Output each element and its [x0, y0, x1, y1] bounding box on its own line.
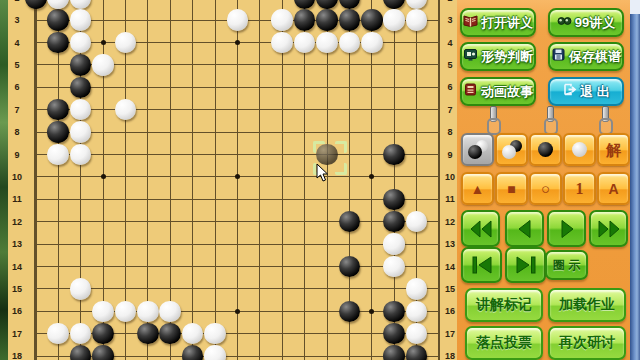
grid-vline — [215, 0, 216, 360]
hook-pin — [490, 106, 497, 122]
row-label-left: 14 — [9, 262, 25, 272]
action-button-1[interactable]: 讲解标记 — [465, 288, 543, 322]
white-stone — [70, 9, 92, 31]
grid-hline — [34, 154, 440, 155]
position-judge-icon — [463, 47, 478, 66]
star-point — [369, 174, 374, 179]
nav-button-rewind[interactable] — [461, 210, 500, 247]
white-stone — [406, 0, 428, 9]
row-label-left: 2 — [9, 0, 25, 3]
black-stone — [361, 9, 383, 31]
grid-hline — [34, 199, 440, 200]
circle-marker-icon: ○ — [541, 182, 550, 196]
nav-button-back[interactable] — [505, 210, 544, 247]
menu-button-label: 动画故事 — [481, 83, 533, 101]
move-number: 9 — [316, 0, 338, 2]
white-stone — [204, 345, 226, 360]
star-point — [101, 174, 106, 179]
square-marker-icon: ■ — [507, 182, 515, 196]
black-stone — [383, 211, 405, 233]
background-nature-strip — [0, 0, 8, 360]
highlight-bracket — [335, 141, 347, 153]
black-stone: 9 — [316, 0, 338, 9]
row-label-left: 15 — [9, 284, 25, 294]
marker-button-square-marker[interactable]: ■ — [495, 172, 528, 205]
grid-vline — [34, 0, 37, 360]
circle-show-button[interactable]: 圈 示 — [545, 250, 588, 280]
row-label-right: 16 — [442, 306, 457, 316]
black-stone-icon — [538, 142, 553, 157]
grid-hline — [34, 109, 440, 110]
menu-button-5[interactable]: 动画故事 — [460, 77, 536, 106]
black-stone — [47, 9, 69, 31]
row-label-left: 11 — [9, 194, 25, 204]
row-label-left: 17 — [9, 329, 25, 339]
black-stone — [316, 9, 338, 31]
black-stone — [70, 345, 92, 360]
white-stone — [204, 323, 226, 345]
black-stone — [339, 211, 361, 233]
white-stone — [294, 32, 316, 54]
mode-button-answer[interactable]: 解 — [597, 133, 630, 166]
jump-button-go-end[interactable] — [505, 247, 546, 283]
row-label-right: 9 — [442, 150, 457, 160]
black-stone — [70, 77, 92, 99]
black-stone — [383, 0, 405, 9]
white-stone — [271, 9, 293, 31]
mode-button-alternate-black-first[interactable] — [461, 133, 494, 166]
grid-vline — [304, 0, 305, 360]
mouse-cursor — [316, 164, 329, 183]
black-stone — [383, 144, 405, 166]
window-border — [630, 0, 640, 360]
app-window: 2233445566778899101011111212131314141515… — [0, 0, 640, 360]
white-stone — [227, 9, 249, 31]
nav-button-forward[interactable] — [547, 210, 586, 247]
grid-vline — [192, 0, 193, 360]
mode-button-place-white[interactable] — [563, 133, 596, 166]
star-point — [235, 40, 240, 45]
action-button-4[interactable]: 再次研讨 — [548, 326, 626, 360]
white-stone — [47, 0, 69, 9]
control-panel: 打开讲义99讲义形势判断保存棋谱动画故事退 出 解 ▲■○1A 圈 示 讲解标记… — [457, 0, 630, 360]
row-label-left: 16 — [9, 306, 25, 316]
row-label-left: 8 — [9, 127, 25, 137]
white-stone — [406, 211, 428, 233]
white-stone — [70, 32, 92, 54]
answer-label: 解 — [606, 143, 621, 157]
move-number: 8 — [339, 0, 361, 2]
white-stone — [383, 233, 405, 255]
black-stone — [92, 345, 114, 360]
white-stone — [70, 323, 92, 345]
white-stone — [47, 323, 69, 345]
row-label-left: 9 — [9, 150, 25, 160]
row-label-left: 6 — [9, 82, 25, 92]
right-arrow-icon — [557, 219, 577, 239]
row-label-right: 4 — [442, 38, 457, 48]
marker-button-triangle-marker[interactable]: ▲ — [461, 172, 494, 205]
black-stone — [383, 301, 405, 323]
white-stone — [70, 144, 92, 166]
row-label-left: 13 — [9, 239, 25, 249]
grid-hline — [34, 132, 440, 133]
star-point — [101, 40, 106, 45]
white-stone — [70, 99, 92, 121]
white-stone — [316, 32, 338, 54]
row-label-left: 4 — [9, 38, 25, 48]
black-stone — [47, 32, 69, 54]
white-stone — [92, 54, 114, 76]
row-label-right: 5 — [442, 60, 457, 70]
black-stone — [383, 189, 405, 211]
white-stone — [406, 323, 428, 345]
white-stone — [70, 0, 92, 9]
skip-to-start-icon — [470, 255, 494, 275]
black-stone — [92, 323, 114, 345]
menu-button-1[interactable]: 打开讲义 — [460, 8, 536, 37]
row-label-right: 17 — [442, 329, 457, 339]
white-stone — [361, 32, 383, 54]
black-stone — [406, 345, 428, 360]
white-stone-icon — [502, 145, 516, 159]
row-label-right: 14 — [442, 262, 457, 272]
white-stone — [137, 301, 159, 323]
white-stone — [92, 301, 114, 323]
row-label-left: 3 — [9, 15, 25, 25]
black-stone: 8 — [339, 0, 361, 9]
grid-vline — [371, 0, 372, 360]
letter-marker-icon: A — [608, 182, 618, 196]
grid-vline — [259, 0, 260, 360]
black-stone — [294, 9, 316, 31]
menu-button-4[interactable]: 保存棋谱 — [548, 42, 624, 71]
action-button-3[interactable]: 落点投票 — [465, 326, 543, 360]
menu-button-group: 打开讲义99讲义形势判断保存棋谱动画故事退 出 — [457, 0, 630, 104]
black-stone — [383, 345, 405, 360]
grid-hline — [34, 266, 440, 267]
menu-button-label: 退 出 — [580, 83, 610, 101]
menu-button-label: 保存棋谱 — [569, 48, 621, 66]
marker-button-letter-marker[interactable]: A — [597, 172, 630, 205]
row-label-left: 12 — [9, 217, 25, 227]
row-label-right: 10 — [442, 172, 457, 182]
row-label-left: 18 — [9, 351, 25, 360]
number-marker-icon: 1 — [576, 182, 584, 196]
jump-button-go-start[interactable] — [461, 247, 502, 283]
exit-icon — [562, 82, 577, 101]
grid-hline — [34, 87, 440, 88]
white-stone — [159, 301, 181, 323]
hook-pin — [547, 106, 554, 122]
row-label-left: 7 — [9, 105, 25, 115]
black-stone — [137, 323, 159, 345]
row-label-right: 13 — [442, 239, 457, 249]
grid-vline — [58, 0, 59, 360]
black-stone — [339, 256, 361, 278]
go-board[interactable]: 2233445566778899101011111212131314141515… — [8, 0, 457, 360]
hook-pin — [602, 106, 609, 122]
grid-vline — [282, 0, 283, 360]
black-stone-icon — [468, 145, 482, 159]
white-stone — [115, 32, 137, 54]
star-point — [235, 309, 240, 314]
save-kifu-icon — [551, 47, 566, 66]
window-border-corner — [630, 0, 640, 14]
skip-to-end-icon — [514, 255, 538, 275]
white-stone — [406, 278, 428, 300]
menu-button-2[interactable]: 99讲义 — [548, 8, 624, 37]
row-label-right: 3 — [442, 15, 457, 25]
highlight-bracket — [313, 141, 325, 153]
white-stone — [182, 323, 204, 345]
white-stone — [339, 32, 361, 54]
row-label-right: 12 — [442, 217, 457, 227]
mode-button-alternate-white-first[interactable] — [495, 133, 528, 166]
double-right-arrow-icon — [597, 219, 621, 239]
menu-button-label: 99讲义 — [575, 14, 615, 32]
black-stone — [159, 323, 181, 345]
highlight-bracket — [335, 163, 347, 175]
menu-button-label: 形势判断 — [481, 48, 533, 66]
nav-button-fast-forward[interactable] — [589, 210, 628, 247]
white-stone — [47, 144, 69, 166]
marker-button-circle-marker[interactable]: ○ — [529, 172, 562, 205]
grid-hline — [34, 221, 440, 222]
black-stone — [182, 345, 204, 360]
star-point — [369, 309, 374, 314]
row-label-right: 8 — [442, 127, 457, 137]
row-label-right: 7 — [442, 105, 457, 115]
grid-vline — [438, 0, 440, 360]
white-stone — [383, 256, 405, 278]
grid-hline — [34, 288, 440, 289]
marker-button-number-marker[interactable]: 1 — [563, 172, 596, 205]
white-stone — [70, 278, 92, 300]
menu-button-label: 打开讲义 — [481, 14, 533, 32]
action-button-2[interactable]: 加载作业 — [548, 288, 626, 322]
move-number: 16 — [294, 0, 316, 2]
row-label-left: 10 — [9, 172, 25, 182]
row-label-right: 11 — [442, 194, 457, 204]
left-arrow-icon — [515, 219, 535, 239]
white-stone — [115, 301, 137, 323]
grid-vline — [237, 0, 238, 360]
triangle-marker-icon: ▲ — [471, 182, 485, 196]
double-left-arrow-icon — [469, 219, 493, 239]
white-stone — [406, 9, 428, 31]
row-label-right: 2 — [442, 0, 457, 3]
glasses-icon — [557, 13, 572, 32]
open-lecture-book-icon — [463, 13, 478, 32]
story-book-icon — [463, 82, 478, 101]
white-stone — [271, 32, 293, 54]
black-stone — [47, 121, 69, 143]
row-label-right: 18 — [442, 351, 457, 360]
black-stone — [383, 323, 405, 345]
black-stone — [339, 301, 361, 323]
row-label-left: 5 — [9, 60, 25, 70]
star-point — [235, 174, 240, 179]
row-label-right: 15 — [442, 284, 457, 294]
black-stone — [47, 99, 69, 121]
black-stone — [25, 0, 47, 9]
black-stone: 16 — [294, 0, 316, 9]
menu-button-3[interactable]: 形势判断 — [460, 42, 536, 71]
white-stone — [115, 99, 137, 121]
grid-hline — [34, 244, 440, 245]
white-stone — [70, 121, 92, 143]
menu-button-6[interactable]: 退 出 — [548, 77, 624, 106]
white-stone — [406, 301, 428, 323]
white-stone-icon — [572, 142, 587, 157]
black-stone — [70, 54, 92, 76]
row-label-right: 6 — [442, 82, 457, 92]
black-stone — [339, 9, 361, 31]
mode-button-place-black[interactable] — [529, 133, 562, 166]
white-stone — [383, 9, 405, 31]
